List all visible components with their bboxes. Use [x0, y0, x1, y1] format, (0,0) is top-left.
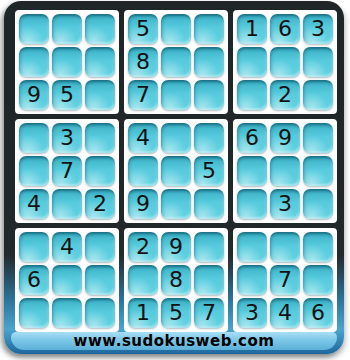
box-r3c2: 298157	[124, 228, 228, 332]
cell-r3c1[interactable]: 9	[19, 80, 49, 110]
box-r2c1: 3742	[15, 119, 119, 223]
cell-r2c9[interactable]	[303, 47, 333, 77]
cell-r1c2[interactable]	[52, 14, 82, 44]
given-digit: 9	[136, 193, 150, 215]
given-digit: 6	[311, 302, 325, 324]
cell-r1c7[interactable]: 1	[237, 14, 267, 44]
cell-r9c8[interactable]: 4	[270, 298, 300, 328]
cell-r9c3[interactable]	[85, 298, 115, 328]
given-digit: 8	[169, 269, 183, 291]
cell-r3c6[interactable]	[194, 80, 224, 110]
cell-r8c2[interactable]	[52, 265, 82, 295]
cell-r7c6[interactable]	[194, 232, 224, 262]
cell-r8c8[interactable]: 7	[270, 265, 300, 295]
box-r2c3: 693	[233, 119, 337, 223]
cell-r9c6[interactable]: 7	[194, 298, 224, 328]
given-digit: 5	[60, 84, 74, 106]
cell-r1c6[interactable]	[194, 14, 224, 44]
cell-r2c6[interactable]	[194, 47, 224, 77]
cell-r4c7[interactable]: 6	[237, 123, 267, 153]
cell-r5c8[interactable]	[270, 156, 300, 186]
given-digit: 4	[136, 127, 150, 149]
cell-r2c1[interactable]	[19, 47, 49, 77]
cell-r8c1[interactable]: 6	[19, 265, 49, 295]
given-digit: 6	[27, 269, 41, 291]
cell-r4c4[interactable]: 4	[128, 123, 158, 153]
cell-r2c4[interactable]: 8	[128, 47, 158, 77]
cell-r3c7[interactable]	[237, 80, 267, 110]
given-digit: 6	[278, 18, 292, 40]
given-digit: 9	[169, 236, 183, 258]
cell-r7c8[interactable]	[270, 232, 300, 262]
given-digit: 3	[311, 18, 325, 40]
cell-r3c2[interactable]: 5	[52, 80, 82, 110]
cell-r6c9[interactable]	[303, 189, 333, 219]
cell-r6c7[interactable]	[237, 189, 267, 219]
given-digit: 7	[202, 302, 216, 324]
sudoku-widget: 95 587 1632 3742 459 693 46 298157 7346 …	[0, 0, 350, 360]
cell-r1c4[interactable]: 5	[128, 14, 158, 44]
cell-r9c9[interactable]: 6	[303, 298, 333, 328]
cell-r2c3[interactable]	[85, 47, 115, 77]
cell-r6c1[interactable]: 4	[19, 189, 49, 219]
cell-r3c9[interactable]	[303, 80, 333, 110]
cell-r7c9[interactable]	[303, 232, 333, 262]
cell-r5c1[interactable]	[19, 156, 49, 186]
box-r3c1: 46	[15, 228, 119, 332]
cell-r9c7[interactable]: 3	[237, 298, 267, 328]
cell-r6c8[interactable]: 3	[270, 189, 300, 219]
cell-r7c2[interactable]: 4	[52, 232, 82, 262]
given-digit: 5	[202, 160, 216, 182]
cell-r6c4[interactable]: 9	[128, 189, 158, 219]
cell-r5c4[interactable]	[128, 156, 158, 186]
cell-r5c3[interactable]	[85, 156, 115, 186]
cell-r8c7[interactable]	[237, 265, 267, 295]
given-digit: 6	[245, 127, 259, 149]
given-digit: 3	[278, 193, 292, 215]
given-digit: 4	[278, 302, 292, 324]
cell-r5c2[interactable]: 7	[52, 156, 82, 186]
cell-r6c6[interactable]	[194, 189, 224, 219]
board-frame: 95 587 1632 3742 459 693 46 298157 7346 …	[4, 1, 344, 354]
cell-r8c9[interactable]	[303, 265, 333, 295]
cell-r5c6[interactable]: 5	[194, 156, 224, 186]
cell-r8c5[interactable]: 8	[161, 265, 191, 295]
footer-band: www.sudokusweb.com	[11, 332, 337, 350]
cell-r8c6[interactable]	[194, 265, 224, 295]
cell-r5c5[interactable]	[161, 156, 191, 186]
cell-r3c3[interactable]	[85, 80, 115, 110]
cell-r5c7[interactable]	[237, 156, 267, 186]
given-digit: 2	[136, 236, 150, 258]
box-r3c3: 7346	[233, 228, 337, 332]
cell-r7c1[interactable]	[19, 232, 49, 262]
given-digit: 1	[136, 302, 150, 324]
cell-r3c5[interactable]	[161, 80, 191, 110]
cell-r3c8[interactable]: 2	[270, 80, 300, 110]
sudoku-board: 95 587 1632 3742 459 693 46 298157 7346	[15, 10, 337, 332]
cell-r6c5[interactable]	[161, 189, 191, 219]
given-digit: 3	[245, 302, 259, 324]
given-digit: 9	[278, 127, 292, 149]
box-r1c3: 1632	[233, 10, 337, 114]
cell-r7c5[interactable]: 9	[161, 232, 191, 262]
given-digit: 5	[169, 302, 183, 324]
cell-r4c8[interactable]: 9	[270, 123, 300, 153]
cell-r9c2[interactable]	[52, 298, 82, 328]
cell-r2c2[interactable]	[52, 47, 82, 77]
cell-r9c5[interactable]: 5	[161, 298, 191, 328]
given-digit: 3	[60, 127, 74, 149]
cell-r4c5[interactable]	[161, 123, 191, 153]
cell-r6c3[interactable]: 2	[85, 189, 115, 219]
cell-r1c5[interactable]	[161, 14, 191, 44]
cell-r2c5[interactable]	[161, 47, 191, 77]
given-digit: 4	[60, 236, 74, 258]
cell-r3c4[interactable]: 7	[128, 80, 158, 110]
cell-r9c1[interactable]	[19, 298, 49, 328]
cell-r7c3[interactable]	[85, 232, 115, 262]
given-digit: 9	[27, 84, 41, 106]
cell-r2c8[interactable]	[270, 47, 300, 77]
site-url: www.sudokusweb.com	[74, 332, 275, 350]
cell-r4c1[interactable]	[19, 123, 49, 153]
given-digit: 7	[60, 160, 74, 182]
cell-r4c2[interactable]: 3	[52, 123, 82, 153]
cell-r1c8[interactable]: 6	[270, 14, 300, 44]
cell-r4c6[interactable]	[194, 123, 224, 153]
cell-r4c3[interactable]	[85, 123, 115, 153]
box-r1c1: 95	[15, 10, 119, 114]
given-digit: 1	[245, 18, 259, 40]
given-digit: 7	[136, 84, 150, 106]
given-digit: 5	[136, 18, 150, 40]
cell-r7c4[interactable]: 2	[128, 232, 158, 262]
cell-r2c7[interactable]	[237, 47, 267, 77]
cell-r7c7[interactable]	[237, 232, 267, 262]
cell-r8c4[interactable]	[128, 265, 158, 295]
given-digit: 2	[93, 193, 107, 215]
cell-r8c3[interactable]	[85, 265, 115, 295]
given-digit: 7	[278, 269, 292, 291]
cell-r5c9[interactable]	[303, 156, 333, 186]
given-digit: 2	[278, 84, 292, 106]
box-r2c2: 459	[124, 119, 228, 223]
given-digit: 8	[136, 51, 150, 73]
cell-r9c4[interactable]: 1	[128, 298, 158, 328]
cell-r1c9[interactable]: 3	[303, 14, 333, 44]
box-r1c2: 587	[124, 10, 228, 114]
given-digit: 4	[27, 193, 41, 215]
cell-r4c9[interactable]	[303, 123, 333, 153]
cell-r6c2[interactable]	[52, 189, 82, 219]
cell-r1c3[interactable]	[85, 14, 115, 44]
cell-r1c1[interactable]	[19, 14, 49, 44]
